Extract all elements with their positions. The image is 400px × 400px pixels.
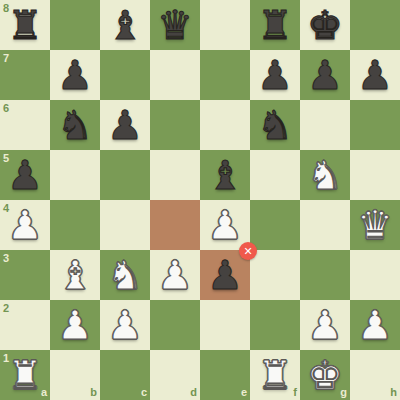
piece-white-knight[interactable]: ♞: [300, 150, 350, 200]
square-d4[interactable]: [150, 200, 200, 250]
piece-black-rook[interactable]: ♜: [250, 0, 300, 50]
square-c1[interactable]: c: [100, 350, 150, 400]
square-d3[interactable]: ♟: [150, 250, 200, 300]
chess-board: ✕ 8♜♝♛♜♚7♟♟♟♟6♞♟♞5♟♝♞4♟♟♛3♝♞♟♟2♟♟♟♟1a♜bc…: [0, 0, 400, 400]
square-f2[interactable]: [250, 300, 300, 350]
rank-label-3: 3: [3, 253, 9, 264]
square-d5[interactable]: [150, 150, 200, 200]
square-c8[interactable]: ♝: [100, 0, 150, 50]
file-label-d: d: [190, 387, 197, 398]
rank-label-2: 2: [3, 303, 9, 314]
square-d6[interactable]: [150, 100, 200, 150]
piece-black-queen[interactable]: ♛: [150, 0, 200, 50]
square-f8[interactable]: ♜: [250, 0, 300, 50]
square-b7[interactable]: ♟: [50, 50, 100, 100]
square-f6[interactable]: ♞: [250, 100, 300, 150]
square-a3[interactable]: 3: [0, 250, 50, 300]
square-g7[interactable]: ♟: [300, 50, 350, 100]
square-g1[interactable]: g♚: [300, 350, 350, 400]
square-h8[interactable]: [350, 0, 400, 50]
square-d1[interactable]: d: [150, 350, 200, 400]
square-h5[interactable]: [350, 150, 400, 200]
piece-black-pawn[interactable]: ♟: [50, 50, 100, 100]
square-a2[interactable]: 2: [0, 300, 50, 350]
square-c5[interactable]: [100, 150, 150, 200]
square-e4[interactable]: ♟: [200, 200, 250, 250]
file-label-b: b: [90, 387, 97, 398]
piece-white-pawn[interactable]: ♟: [100, 300, 150, 350]
square-d2[interactable]: [150, 300, 200, 350]
piece-black-pawn[interactable]: ♟: [0, 150, 50, 200]
square-f3[interactable]: [250, 250, 300, 300]
square-a7[interactable]: 7: [0, 50, 50, 100]
square-d7[interactable]: [150, 50, 200, 100]
piece-white-queen[interactable]: ♛: [350, 200, 400, 250]
square-h7[interactable]: ♟: [350, 50, 400, 100]
square-g3[interactable]: [300, 250, 350, 300]
square-c7[interactable]: [100, 50, 150, 100]
piece-white-pawn[interactable]: ♟: [200, 200, 250, 250]
piece-black-rook[interactable]: ♜: [0, 0, 50, 50]
piece-white-pawn[interactable]: ♟: [150, 250, 200, 300]
piece-black-pawn[interactable]: ♟: [250, 50, 300, 100]
square-g2[interactable]: ♟: [300, 300, 350, 350]
square-c3[interactable]: ♞: [100, 250, 150, 300]
square-h3[interactable]: [350, 250, 400, 300]
file-label-h: h: [390, 387, 397, 398]
square-a8[interactable]: 8♜: [0, 0, 50, 50]
square-h1[interactable]: h: [350, 350, 400, 400]
square-h6[interactable]: [350, 100, 400, 150]
square-c6[interactable]: ♟: [100, 100, 150, 150]
piece-black-bishop[interactable]: ♝: [100, 0, 150, 50]
square-h4[interactable]: ♛: [350, 200, 400, 250]
piece-white-rook[interactable]: ♜: [250, 350, 300, 400]
piece-white-king[interactable]: ♚: [300, 350, 350, 400]
square-a4[interactable]: 4♟: [0, 200, 50, 250]
square-g4[interactable]: [300, 200, 350, 250]
square-e2[interactable]: [200, 300, 250, 350]
piece-black-pawn[interactable]: ♟: [300, 50, 350, 100]
square-b1[interactable]: b: [50, 350, 100, 400]
square-e3[interactable]: ♟: [200, 250, 250, 300]
piece-black-pawn[interactable]: ♟: [100, 100, 150, 150]
square-e5[interactable]: ♝: [200, 150, 250, 200]
square-a5[interactable]: 5♟: [0, 150, 50, 200]
square-f7[interactable]: ♟: [250, 50, 300, 100]
square-e1[interactable]: e: [200, 350, 250, 400]
piece-black-pawn[interactable]: ♟: [350, 50, 400, 100]
square-d8[interactable]: ♛: [150, 0, 200, 50]
piece-black-pawn[interactable]: ♟: [200, 250, 250, 300]
square-g8[interactable]: ♚: [300, 0, 350, 50]
square-c2[interactable]: ♟: [100, 300, 150, 350]
piece-white-rook[interactable]: ♜: [0, 350, 50, 400]
square-b5[interactable]: [50, 150, 100, 200]
piece-white-pawn[interactable]: ♟: [0, 200, 50, 250]
square-c4[interactable]: [100, 200, 150, 250]
square-f1[interactable]: f♜: [250, 350, 300, 400]
piece-white-knight[interactable]: ♞: [100, 250, 150, 300]
square-b8[interactable]: [50, 0, 100, 50]
piece-white-pawn[interactable]: ♟: [350, 300, 400, 350]
piece-black-knight[interactable]: ♞: [250, 100, 300, 150]
square-h2[interactable]: ♟: [350, 300, 400, 350]
rank-label-6: 6: [3, 103, 9, 114]
file-label-c: c: [141, 387, 147, 398]
piece-black-bishop[interactable]: ♝: [200, 150, 250, 200]
square-e7[interactable]: [200, 50, 250, 100]
square-f4[interactable]: [250, 200, 300, 250]
square-e6[interactable]: [200, 100, 250, 150]
square-b3[interactable]: ♝: [50, 250, 100, 300]
piece-white-bishop[interactable]: ♝: [50, 250, 100, 300]
square-e8[interactable]: [200, 0, 250, 50]
square-b2[interactable]: ♟: [50, 300, 100, 350]
piece-black-king[interactable]: ♚: [300, 0, 350, 50]
piece-white-pawn[interactable]: ♟: [50, 300, 100, 350]
square-a6[interactable]: 6: [0, 100, 50, 150]
square-f5[interactable]: [250, 150, 300, 200]
square-a1[interactable]: 1a♜: [0, 350, 50, 400]
square-b6[interactable]: ♞: [50, 100, 100, 150]
square-g5[interactable]: ♞: [300, 150, 350, 200]
square-g6[interactable]: [300, 100, 350, 150]
file-label-e: e: [241, 387, 247, 398]
square-b4[interactable]: [50, 200, 100, 250]
piece-white-pawn[interactable]: ♟: [300, 300, 350, 350]
piece-black-knight[interactable]: ♞: [50, 100, 100, 150]
rank-label-7: 7: [3, 53, 9, 64]
